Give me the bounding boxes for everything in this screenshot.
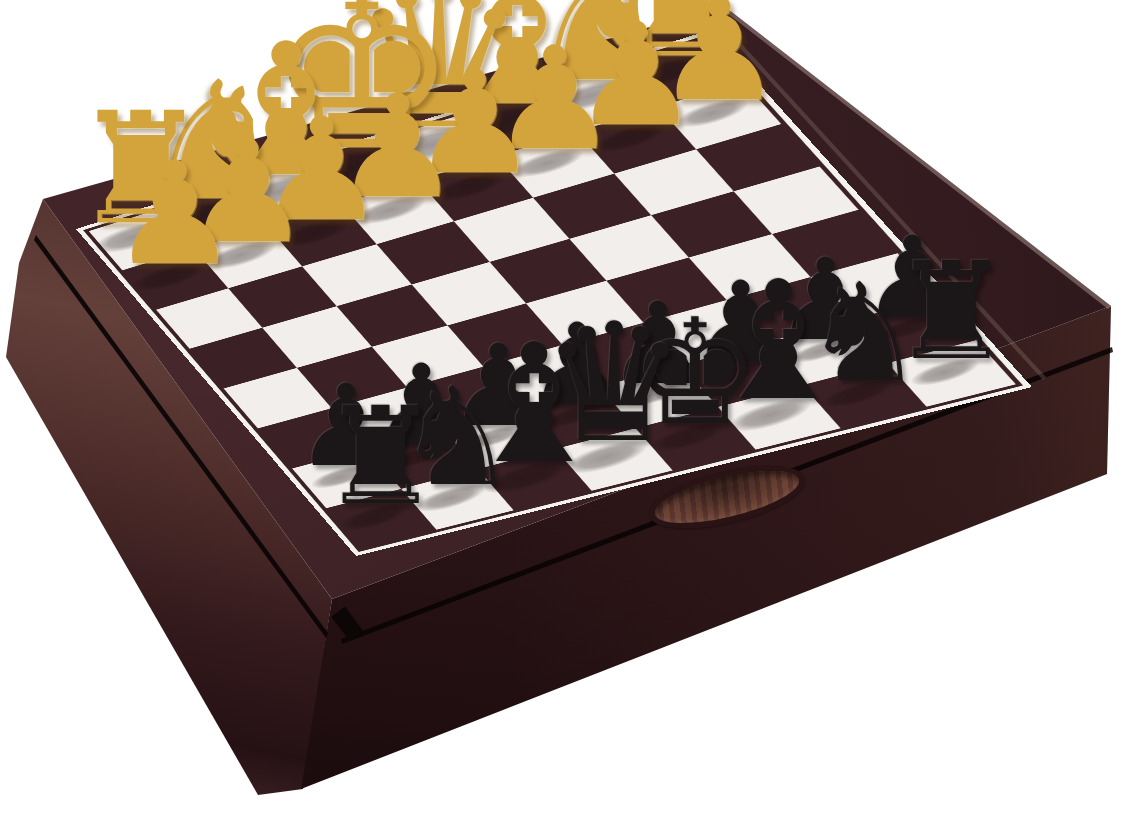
chess-box-scene: ♜♞♝♚♛♝♞♜♟♟♟♟♟♟♟♟♟♟♟♟♟♟♟♟♜♞♝♛♚♝♞♜: [0, 0, 1125, 823]
